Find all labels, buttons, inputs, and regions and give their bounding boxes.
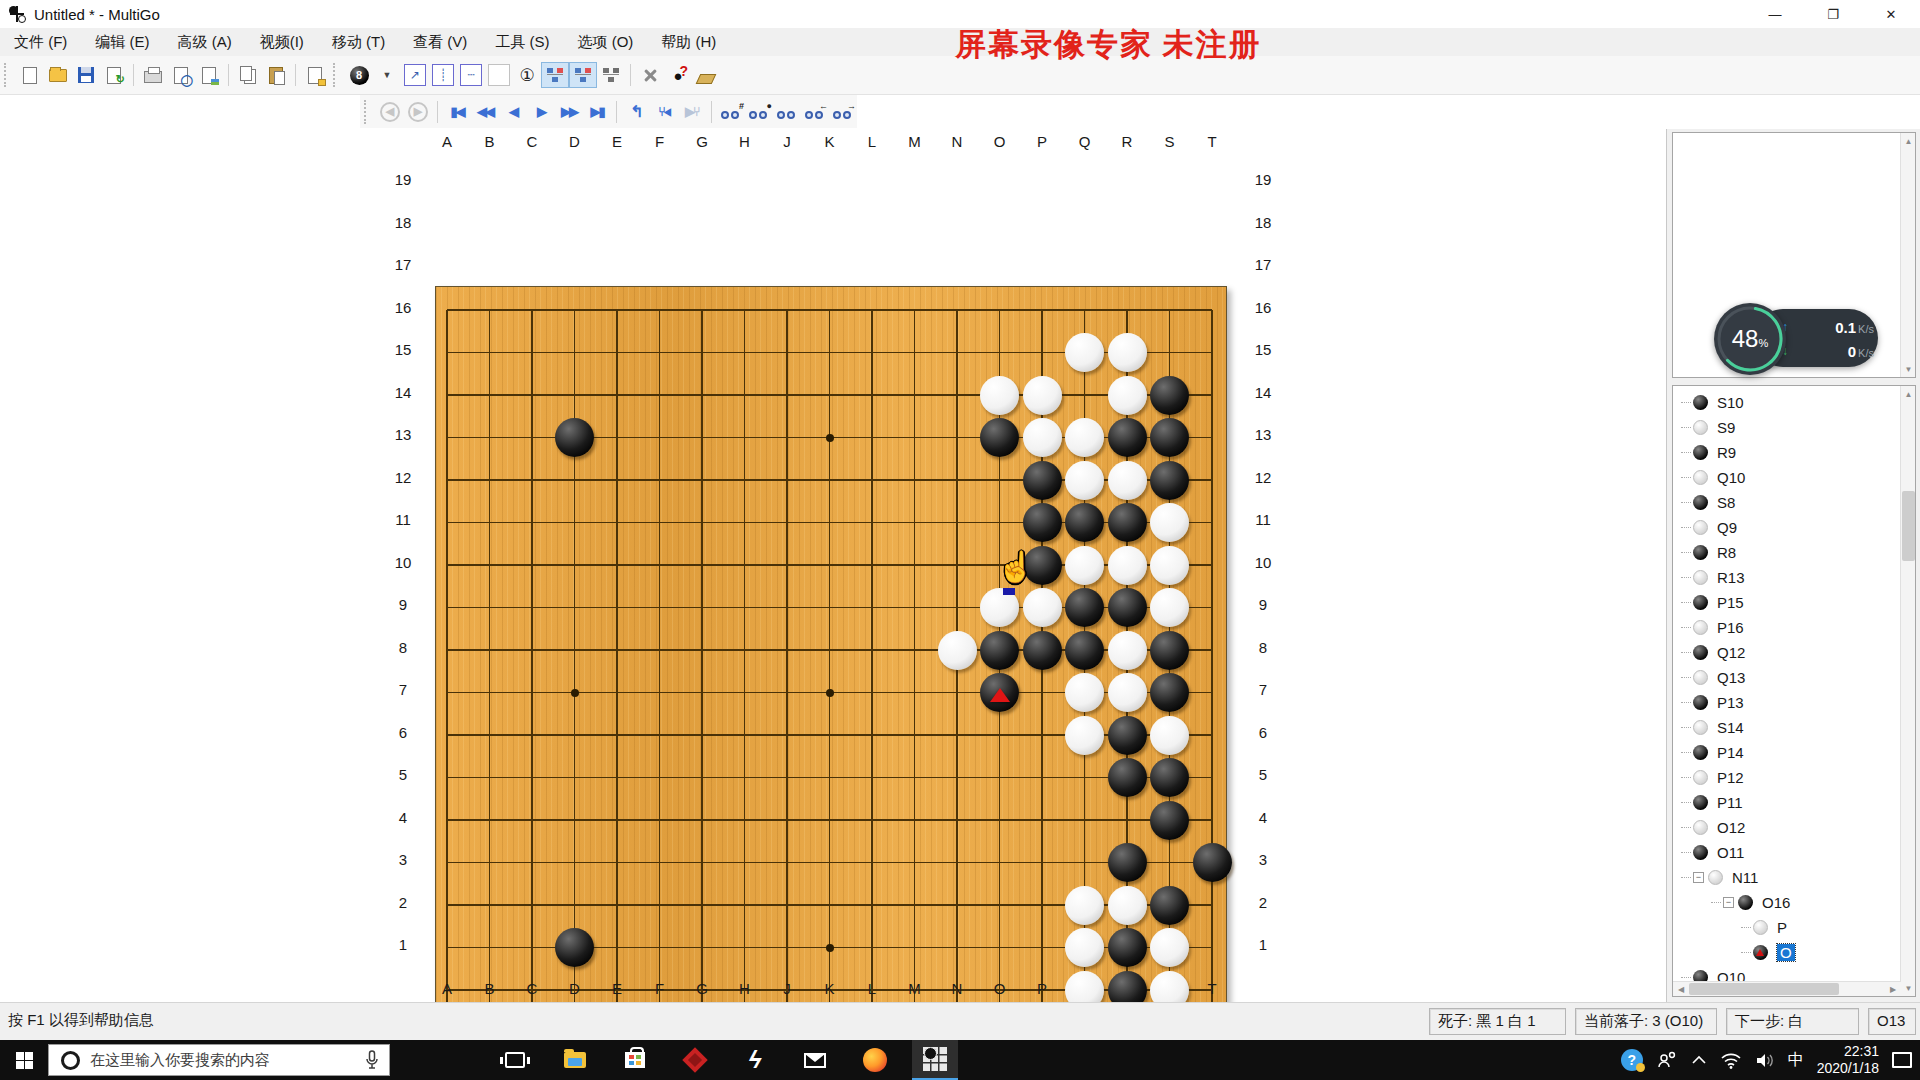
multigo-taskbar-button[interactable]	[912, 1040, 958, 1080]
firefox-button[interactable]	[852, 1040, 898, 1080]
show-vline-icon[interactable]: ┊	[429, 62, 457, 88]
tree-node-P16[interactable]: P16	[1673, 615, 1899, 640]
board-cell-D18[interactable]	[553, 331, 596, 374]
board-cell-R11[interactable]	[1106, 629, 1149, 672]
menu-item-2[interactable]: 高级 (A)	[164, 29, 246, 56]
board-cell-P16[interactable]	[1021, 416, 1064, 459]
prev-variation-icon[interactable]: ⑂◀	[650, 99, 678, 125]
tree-node-R13[interactable]: R13	[1673, 565, 1899, 590]
board-cell-K8[interactable]	[808, 756, 851, 799]
board-cell-D5[interactable]	[553, 884, 596, 927]
board-cell-N7[interactable]	[936, 799, 979, 842]
board-cell-D4[interactable]	[553, 926, 596, 969]
board-cell-J8[interactable]	[766, 756, 809, 799]
board-cell-F11[interactable]	[638, 629, 681, 672]
board-cell-S7[interactable]	[1148, 799, 1191, 842]
board-cell-T18[interactable]	[1191, 331, 1234, 374]
board-cell-N4[interactable]	[936, 926, 979, 969]
stone-number-icon[interactable]: 8	[345, 62, 373, 88]
board-cell-H16[interactable]	[723, 416, 766, 459]
board-cell-M13[interactable]	[893, 544, 936, 587]
board-cell-D17[interactable]	[553, 374, 596, 417]
board-cell-D7[interactable]	[553, 799, 596, 842]
up-to-main-icon[interactable]: ↰	[622, 99, 650, 125]
tree-node-P14[interactable]: P14	[1673, 740, 1899, 765]
board-cell-O11[interactable]	[978, 629, 1021, 672]
board-cell-K4[interactable]	[808, 926, 851, 969]
blank-option-icon[interactable]	[485, 62, 513, 88]
board-cell-J16[interactable]	[766, 416, 809, 459]
menu-item-8[interactable]: 帮助 (H)	[647, 29, 730, 56]
board-cell-C8[interactable]	[511, 756, 554, 799]
board-cell-D16[interactable]	[553, 416, 596, 459]
board-cell-H18[interactable]	[723, 331, 766, 374]
board-cell-M16[interactable]	[893, 416, 936, 459]
find-number-icon[interactable]: #	[717, 99, 745, 125]
board-cell-Q10[interactable]	[1063, 671, 1106, 714]
board-cell-O8[interactable]	[978, 756, 1021, 799]
board-cell-E4[interactable]	[596, 926, 639, 969]
tree-collapse-box[interactable]: −	[1693, 872, 1704, 883]
board-cell-L18[interactable]	[851, 331, 894, 374]
board-cell-S15[interactable]	[1148, 459, 1191, 502]
board-cell-B15[interactable]	[468, 459, 511, 502]
board-cell-T10[interactable]	[1191, 671, 1234, 714]
board-cell-L7[interactable]	[851, 799, 894, 842]
board-cell-E6[interactable]	[596, 841, 639, 884]
context-help-icon[interactable]: ●?	[664, 62, 692, 88]
board-cell-Q15[interactable]	[1063, 459, 1106, 502]
people-tray-icon[interactable]	[1656, 1051, 1678, 1069]
board-cell-G5[interactable]	[681, 884, 724, 927]
board-cell-T12[interactable]	[1191, 586, 1234, 629]
board-cell-G8[interactable]	[681, 756, 724, 799]
board-cell-C17[interactable]	[511, 374, 554, 417]
board-cell-L4[interactable]	[851, 926, 894, 969]
board-cell-S19[interactable]	[1148, 289, 1191, 332]
board-cell-H17[interactable]	[723, 374, 766, 417]
board-cell-R13[interactable]	[1106, 544, 1149, 587]
board-cell-F18[interactable]	[638, 331, 681, 374]
board-cell-N12[interactable]	[936, 586, 979, 629]
omen-button[interactable]	[672, 1040, 718, 1080]
board-cell-E9[interactable]	[596, 714, 639, 757]
menu-item-7[interactable]: 选项 (O)	[564, 29, 648, 56]
board-cell-Q7[interactable]	[1063, 799, 1106, 842]
tree-node-O12[interactable]: O12	[1673, 815, 1899, 840]
menu-item-0[interactable]: 文件 (F)	[0, 29, 81, 56]
board-cell-F15[interactable]	[638, 459, 681, 502]
taskbar-search-input[interactable]: 在这里输入你要搜索的内容	[48, 1044, 390, 1076]
tree-node-S10[interactable]: S10	[1673, 390, 1899, 415]
scroll-thumb[interactable]	[1689, 983, 1839, 995]
board-cell-K13[interactable]	[808, 544, 851, 587]
board-cell-M5[interactable]	[893, 884, 936, 927]
board-cell-B5[interactable]	[468, 884, 511, 927]
tree-node-Q9[interactable]: Q9	[1673, 515, 1899, 540]
board-cell-C12[interactable]	[511, 586, 554, 629]
board-cell-P10[interactable]	[1021, 671, 1064, 714]
board-cell-D14[interactable]	[553, 501, 596, 544]
board-cell-S18[interactable]	[1148, 331, 1191, 374]
board-cell-S6[interactable]	[1148, 841, 1191, 884]
tree-node-R9[interactable]: R9	[1673, 440, 1899, 465]
board-cell-K6[interactable]	[808, 841, 851, 884]
scroll-left-icon[interactable]: ◀	[1673, 982, 1689, 996]
board-cell-L8[interactable]	[851, 756, 894, 799]
board-cell-T13[interactable]	[1191, 544, 1234, 587]
goto-move-icon[interactable]: ↗	[401, 62, 429, 88]
board-cell-E17[interactable]	[596, 374, 639, 417]
microphone-icon[interactable]	[365, 1050, 379, 1070]
board-cell-E14[interactable]	[596, 501, 639, 544]
board-cell-Q19[interactable]	[1063, 289, 1106, 332]
toolbar-grip[interactable]	[4, 63, 12, 87]
board-cell-T15[interactable]	[1191, 459, 1234, 502]
board-cell-G18[interactable]	[681, 331, 724, 374]
clean-brush-icon[interactable]	[692, 62, 720, 88]
find-icon[interactable]	[773, 99, 801, 125]
board-cell-J7[interactable]	[766, 799, 809, 842]
board-cell-C6[interactable]	[511, 841, 554, 884]
board-cell-O19[interactable]	[978, 289, 1021, 332]
board-cell-G16[interactable]	[681, 416, 724, 459]
board-cell-C5[interactable]	[511, 884, 554, 927]
tree-node-P12[interactable]: P12	[1673, 765, 1899, 790]
board-cell-O7[interactable]	[978, 799, 1021, 842]
board-cell-N19[interactable]	[936, 289, 979, 332]
board-cell-F12[interactable]	[638, 586, 681, 629]
ime-indicator[interactable]: 中	[1788, 1050, 1804, 1071]
board-cell-S8[interactable]	[1148, 756, 1191, 799]
board-cell-R9[interactable]	[1106, 714, 1149, 757]
tree-node-P13[interactable]: P13	[1673, 690, 1899, 715]
board-cell-M6[interactable]	[893, 841, 936, 884]
board-cell-S16[interactable]	[1148, 416, 1191, 459]
board-cell-C13[interactable]	[511, 544, 554, 587]
board-cell-B4[interactable]	[468, 926, 511, 969]
board-cell-A4[interactable]	[426, 926, 469, 969]
open-file-icon[interactable]	[44, 62, 72, 88]
board-cell-E16[interactable]	[596, 416, 639, 459]
board-cell-N15[interactable]	[936, 459, 979, 502]
board-cell-F14[interactable]	[638, 501, 681, 544]
board-cell-H15[interactable]	[723, 459, 766, 502]
tree-plain-icon[interactable]	[597, 62, 625, 88]
board-cell-F17[interactable]	[638, 374, 681, 417]
board-cell-B8[interactable]	[468, 756, 511, 799]
board-cell-K18[interactable]	[808, 331, 851, 374]
board-cell-L10[interactable]	[851, 671, 894, 714]
board-cell-G9[interactable]	[681, 714, 724, 757]
board-cell-P5[interactable]	[1021, 884, 1064, 927]
toolbar-grip[interactable]	[364, 100, 372, 124]
board-cell-J14[interactable]	[766, 501, 809, 544]
board-cell-T11[interactable]	[1191, 629, 1234, 672]
board-cell-O17[interactable]	[978, 374, 1021, 417]
file-explorer-button[interactable]	[552, 1040, 598, 1080]
board-cell-M7[interactable]	[893, 799, 936, 842]
board-cell-A17[interactable]	[426, 374, 469, 417]
board-cell-F4[interactable]	[638, 926, 681, 969]
tree-vertical-scrollbar[interactable]: ▲ ▼	[1900, 386, 1915, 996]
board-cell-T14[interactable]	[1191, 501, 1234, 544]
board-cell-R12[interactable]	[1106, 586, 1149, 629]
tree-node-O[interactable]: O	[1673, 940, 1899, 965]
comment-scrollbar[interactable]: ▲ ▼	[1900, 133, 1915, 377]
board-cell-K19[interactable]	[808, 289, 851, 332]
help-tray-icon[interactable]: ?	[1621, 1049, 1643, 1071]
board-cell-L13[interactable]	[851, 544, 894, 587]
close-button[interactable]: ✕	[1862, 0, 1920, 28]
board-cell-R16[interactable]	[1106, 416, 1149, 459]
board-cell-E11[interactable]	[596, 629, 639, 672]
copy-icon[interactable]	[234, 62, 262, 88]
board-cell-L15[interactable]	[851, 459, 894, 502]
board-cell-H5[interactable]	[723, 884, 766, 927]
board-cell-H11[interactable]	[723, 629, 766, 672]
board-cell-C18[interactable]	[511, 331, 554, 374]
toolbar-grip[interactable]	[333, 63, 341, 87]
board-cell-T7[interactable]	[1191, 799, 1234, 842]
board-cell-Q5[interactable]	[1063, 884, 1106, 927]
back-history-icon[interactable]: ◀	[376, 99, 404, 125]
board-cell-Q16[interactable]	[1063, 416, 1106, 459]
board-cell-H14[interactable]	[723, 501, 766, 544]
board-cell-C14[interactable]	[511, 501, 554, 544]
board-cell-E12[interactable]	[596, 586, 639, 629]
board-cell-P4[interactable]	[1021, 926, 1064, 969]
board-cell-D11[interactable]	[553, 629, 596, 672]
board-cell-J17[interactable]	[766, 374, 809, 417]
board-cell-Q11[interactable]	[1063, 629, 1106, 672]
board-cell-P19[interactable]	[1021, 289, 1064, 332]
tree-node-O11[interactable]: O11	[1673, 840, 1899, 865]
board-cell-B11[interactable]	[468, 629, 511, 672]
board-cell-J10[interactable]	[766, 671, 809, 714]
minimize-button[interactable]: —	[1746, 0, 1804, 28]
board-cell-M15[interactable]	[893, 459, 936, 502]
board-cell-H10[interactable]	[723, 671, 766, 714]
board-cell-M19[interactable]	[893, 289, 936, 332]
tree-node-O16[interactable]: −O16	[1673, 890, 1899, 915]
menu-item-1[interactable]: 编辑 (E)	[81, 29, 163, 56]
tree-node-P11[interactable]: P11	[1673, 790, 1899, 815]
board-cell-A6[interactable]	[426, 841, 469, 884]
board-cell-D9[interactable]	[553, 714, 596, 757]
board-cell-C4[interactable]	[511, 926, 554, 969]
board-cell-O16[interactable]	[978, 416, 1021, 459]
board-cell-H8[interactable]	[723, 756, 766, 799]
board-cell-G17[interactable]	[681, 374, 724, 417]
board-cell-Q6[interactable]	[1063, 841, 1106, 884]
board-cell-G7[interactable]	[681, 799, 724, 842]
board-cell-F5[interactable]	[638, 884, 681, 927]
board-cell-L17[interactable]	[851, 374, 894, 417]
refresh-file-icon[interactable]: ↻	[100, 62, 128, 88]
board-cell-Q13[interactable]	[1063, 544, 1106, 587]
board-cell-H7[interactable]	[723, 799, 766, 842]
board-cell-R15[interactable]	[1106, 459, 1149, 502]
paste-icon[interactable]	[262, 62, 290, 88]
board-cell-S4[interactable]	[1148, 926, 1191, 969]
board-cell-S11[interactable]	[1148, 629, 1191, 672]
first-move-icon[interactable]: ▮◀	[443, 99, 471, 125]
board-cell-N6[interactable]	[936, 841, 979, 884]
board-cell-A13[interactable]	[426, 544, 469, 587]
board-cell-A18[interactable]	[426, 331, 469, 374]
board-cell-Q4[interactable]	[1063, 926, 1106, 969]
board-cell-H4[interactable]	[723, 926, 766, 969]
board-cell-G19[interactable]	[681, 289, 724, 332]
tree-view-active-icon[interactable]	[541, 62, 569, 88]
save-file-icon[interactable]	[72, 62, 100, 88]
tree-layout-active-icon[interactable]	[569, 62, 597, 88]
tree-node-S14[interactable]: S14	[1673, 715, 1899, 740]
board-cell-R18[interactable]	[1106, 331, 1149, 374]
tree-node-N11[interactable]: −N11	[1673, 865, 1899, 890]
board-cell-F6[interactable]	[638, 841, 681, 884]
scroll-down-icon[interactable]: ▼	[1901, 980, 1916, 996]
board-cell-A15[interactable]	[426, 459, 469, 502]
board-cell-G4[interactable]	[681, 926, 724, 969]
dropdown-icon[interactable]: ▼	[373, 62, 401, 88]
board-cell-J15[interactable]	[766, 459, 809, 502]
board-cell-D8[interactable]	[553, 756, 596, 799]
board-cell-B7[interactable]	[468, 799, 511, 842]
tree-horizontal-scrollbar[interactable]: ◀ ▶	[1673, 981, 1901, 996]
board-cell-K9[interactable]	[808, 714, 851, 757]
task-view-button[interactable]	[492, 1040, 538, 1080]
notification-center-icon[interactable]	[1892, 1052, 1912, 1068]
clock[interactable]: 22:31 2020/1/18	[1817, 1043, 1879, 1077]
board-cell-N16[interactable]	[936, 416, 979, 459]
board-cell-S13[interactable]	[1148, 544, 1191, 587]
board-cell-R14[interactable]	[1106, 501, 1149, 544]
board-cell-A12[interactable]	[426, 586, 469, 629]
board-cell-O5[interactable]	[978, 884, 1021, 927]
tools-icon[interactable]	[636, 62, 664, 88]
board-cell-P14[interactable]	[1021, 501, 1064, 544]
board-cell-B13[interactable]	[468, 544, 511, 587]
board-cell-D10[interactable]	[553, 671, 596, 714]
board-cell-A8[interactable]	[426, 756, 469, 799]
board-cell-O10[interactable]	[978, 671, 1021, 714]
board-cell-A19[interactable]	[426, 289, 469, 332]
board-cell-L11[interactable]	[851, 629, 894, 672]
board-cell-R10[interactable]	[1106, 671, 1149, 714]
scroll-right-icon[interactable]: ▶	[1885, 982, 1901, 996]
board-cell-D19[interactable]	[553, 289, 596, 332]
board-cell-F16[interactable]	[638, 416, 681, 459]
board-cell-J5[interactable]	[766, 884, 809, 927]
board-cell-L19[interactable]	[851, 289, 894, 332]
menu-item-6[interactable]: 工具 (S)	[481, 29, 563, 56]
board-cell-C9[interactable]	[511, 714, 554, 757]
board-cell-P12[interactable]	[1021, 586, 1064, 629]
board-cell-K16[interactable]	[808, 416, 851, 459]
board-cell-T16[interactable]	[1191, 416, 1234, 459]
board-cell-M8[interactable]	[893, 756, 936, 799]
mail-button[interactable]	[792, 1040, 838, 1080]
board-cell-E7[interactable]	[596, 799, 639, 842]
board-cell-F19[interactable]	[638, 289, 681, 332]
board-cell-M10[interactable]	[893, 671, 936, 714]
hidden-icons-chevron[interactable]	[1691, 1055, 1707, 1065]
print-icon[interactable]	[139, 62, 167, 88]
board-cell-T8[interactable]	[1191, 756, 1234, 799]
board-cell-H19[interactable]	[723, 289, 766, 332]
board-cell-A16[interactable]	[426, 416, 469, 459]
board-cell-N9[interactable]	[936, 714, 979, 757]
board-cell-S9[interactable]	[1148, 714, 1191, 757]
board-cell-C11[interactable]	[511, 629, 554, 672]
board-cell-M14[interactable]	[893, 501, 936, 544]
scroll-thumb[interactable]	[1902, 491, 1915, 561]
board-cell-R8[interactable]	[1106, 756, 1149, 799]
board-cell-A11[interactable]	[426, 629, 469, 672]
show-hline-icon[interactable]: ┄	[457, 62, 485, 88]
tree-node-Q12[interactable]: Q12	[1673, 640, 1899, 665]
board-cell-Q3[interactable]	[1063, 969, 1106, 1002]
board-cell-J19[interactable]	[766, 289, 809, 332]
board-cell-M4[interactable]	[893, 926, 936, 969]
board-cell-T17[interactable]	[1191, 374, 1234, 417]
show-number-one-icon[interactable]: ①	[513, 62, 541, 88]
board-cell-C7[interactable]	[511, 799, 554, 842]
board-cell-P17[interactable]	[1021, 374, 1064, 417]
board-cell-J18[interactable]	[766, 331, 809, 374]
board-cell-Q18[interactable]	[1063, 331, 1106, 374]
board-cell-N13[interactable]	[936, 544, 979, 587]
board-cell-O15[interactable]	[978, 459, 1021, 502]
board-cell-O6[interactable]	[978, 841, 1021, 884]
board-cell-D12[interactable]	[553, 586, 596, 629]
board-cell-G15[interactable]	[681, 459, 724, 502]
board-cell-A7[interactable]	[426, 799, 469, 842]
board-cell-C10[interactable]	[511, 671, 554, 714]
board-cell-N18[interactable]	[936, 331, 979, 374]
board-cell-B19[interactable]	[468, 289, 511, 332]
board-cell-Q8[interactable]	[1063, 756, 1106, 799]
board-cell-M12[interactable]	[893, 586, 936, 629]
properties-icon[interactable]	[301, 62, 329, 88]
scroll-up-icon[interactable]: ▲	[1901, 133, 1916, 149]
board-cell-B18[interactable]	[468, 331, 511, 374]
board-cell-L9[interactable]	[851, 714, 894, 757]
board-cell-T9[interactable]	[1191, 714, 1234, 757]
board-cell-E18[interactable]	[596, 331, 639, 374]
board-cell-E5[interactable]	[596, 884, 639, 927]
board-cell-P6[interactable]	[1021, 841, 1064, 884]
board-cell-F9[interactable]	[638, 714, 681, 757]
board-cell-O18[interactable]	[978, 331, 1021, 374]
board-cell-R7[interactable]	[1106, 799, 1149, 842]
tree-node-S9[interactable]: S9	[1673, 415, 1899, 440]
board-cell-P8[interactable]	[1021, 756, 1064, 799]
board-cell-S3[interactable]	[1148, 969, 1191, 1002]
board-cell-K11[interactable]	[808, 629, 851, 672]
tree-node-Q10[interactable]: Q10	[1673, 465, 1899, 490]
board-cell-M18[interactable]	[893, 331, 936, 374]
menu-item-3[interactable]: 视频(I)	[246, 29, 318, 56]
board-cell-G10[interactable]	[681, 671, 724, 714]
start-button[interactable]	[0, 1040, 48, 1080]
board-cell-H9[interactable]	[723, 714, 766, 757]
board-cell-K15[interactable]	[808, 459, 851, 502]
fast-forward-icon[interactable]: ▶▶	[555, 99, 583, 125]
maximize-button[interactable]: ❐	[1804, 0, 1862, 28]
